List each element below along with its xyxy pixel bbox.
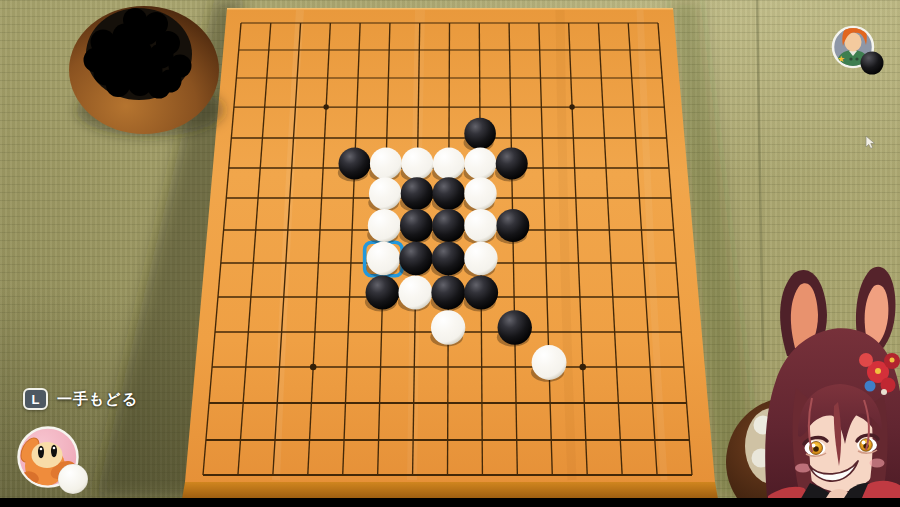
undo-label: 一手もどる — [57, 390, 138, 409]
black-stone-badge — [861, 52, 884, 75]
white-stone-badge — [58, 464, 88, 494]
player-avatar — [14, 424, 92, 496]
l-button-badge[interactable]: L — [23, 388, 48, 410]
letterbox-bar — [0, 498, 900, 507]
game-screen: ★ L 一手もどる — [0, 0, 900, 507]
streamer-overlay — [0, 0, 900, 507]
undo-hint[interactable]: L 一手もどる — [23, 388, 138, 410]
right-blush — [870, 459, 885, 468]
streamer-avatar — [765, 267, 900, 507]
character-face — [32, 442, 63, 468]
opponent-avatar: ★ — [822, 17, 890, 79]
